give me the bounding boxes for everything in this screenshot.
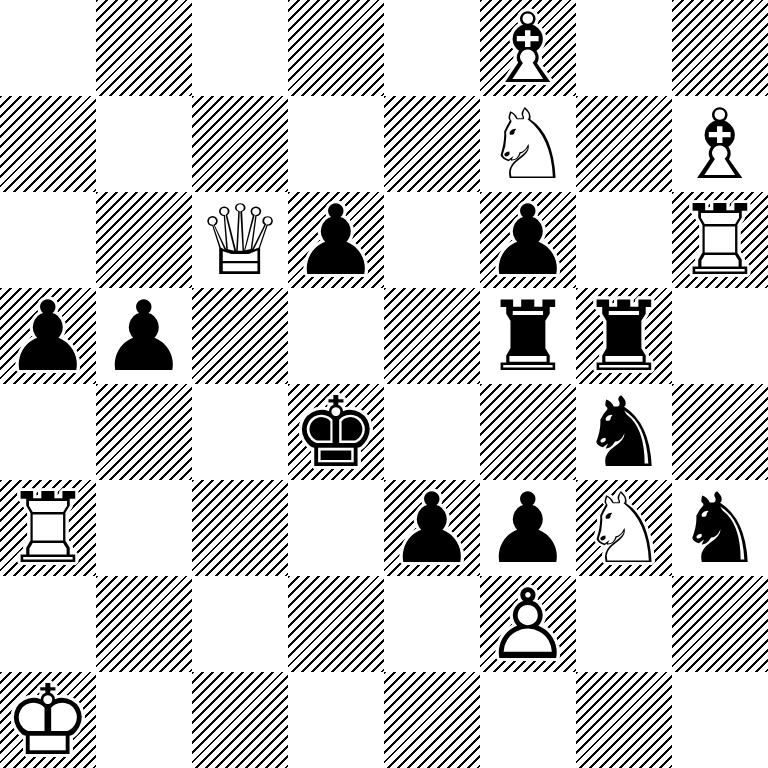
square-c8[interactable] [192,0,288,96]
square-a2[interactable] [0,576,96,672]
square-a7[interactable] [0,96,96,192]
square-b7[interactable] [96,96,192,192]
piece-black-pawn-a5[interactable]: ♟♟ [0,288,96,384]
black-pawn-icon: ♟ [288,192,384,288]
square-g6[interactable] [576,192,672,288]
square-h2[interactable] [672,576,768,672]
square-f8[interactable]: ♝♗ [480,0,576,96]
square-c6[interactable]: ♛♕ [192,192,288,288]
square-d1[interactable] [288,672,384,768]
square-f2[interactable]: ♟♙ [480,576,576,672]
square-d6[interactable]: ♟♟ [288,192,384,288]
square-e4[interactable] [384,384,480,480]
square-d7[interactable] [288,96,384,192]
black-pawn-icon: ♟ [480,192,576,288]
piece-white-bishop-f8[interactable]: ♝♗ [480,0,576,96]
square-e8[interactable] [384,0,480,96]
piece-black-pawn-f6[interactable]: ♟♟ [480,192,576,288]
black-knight-icon: ♞ [672,480,768,576]
square-g1[interactable] [576,672,672,768]
piece-black-knight-g4[interactable]: ♞♞ [576,384,672,480]
square-d4[interactable]: ♚♚ [288,384,384,480]
square-b8[interactable] [96,0,192,96]
square-f5[interactable]: ♜♜ [480,288,576,384]
square-e3[interactable]: ♟♟ [384,480,480,576]
square-g4[interactable]: ♞♞ [576,384,672,480]
piece-white-queen-c6[interactable]: ♛♕ [192,192,288,288]
white-bishop-icon: ♗ [480,0,576,96]
square-c3[interactable] [192,480,288,576]
square-a3[interactable]: ♜♖ [0,480,96,576]
white-queen-icon: ♕ [192,192,288,288]
piece-black-pawn-d6[interactable]: ♟♟ [288,192,384,288]
black-rook-icon: ♜ [480,288,576,384]
square-c4[interactable] [192,384,288,480]
square-e6[interactable] [384,192,480,288]
piece-white-rook-h6[interactable]: ♜♖ [672,192,768,288]
square-a1[interactable]: ♚♔ [0,672,96,768]
piece-black-pawn-e3[interactable]: ♟♟ [384,480,480,576]
square-h7[interactable]: ♝♗ [672,96,768,192]
square-d8[interactable] [288,0,384,96]
square-c2[interactable] [192,576,288,672]
piece-white-pawn-f2[interactable]: ♟♙ [480,576,576,672]
square-g5[interactable]: ♜♜ [576,288,672,384]
piece-black-pawn-b5[interactable]: ♟♟ [96,288,192,384]
piece-white-rook-a3[interactable]: ♜♖ [0,480,96,576]
black-pawn-icon: ♟ [96,288,192,384]
black-rook-icon: ♜ [576,288,672,384]
chess-board: ♝♗♞♘♝♗♛♕♟♟♟♟♜♖♟♟♟♟♜♜♜♜♚♚♞♞♜♖♟♟♟♟♞♘♞♞♟♙♚♔ [0,0,768,768]
square-d5[interactable] [288,288,384,384]
square-a5[interactable]: ♟♟ [0,288,96,384]
square-a6[interactable] [0,192,96,288]
piece-black-king-d4[interactable]: ♚♚ [288,384,384,480]
square-f4[interactable] [480,384,576,480]
piece-black-rook-f5[interactable]: ♜♜ [480,288,576,384]
white-knight-icon: ♘ [480,96,576,192]
white-pawn-icon: ♙ [480,576,576,672]
black-knight-icon: ♞ [576,384,672,480]
square-a8[interactable] [0,0,96,96]
square-f7[interactable]: ♞♘ [480,96,576,192]
square-f3[interactable]: ♟♟ [480,480,576,576]
white-bishop-icon: ♗ [672,96,768,192]
square-b1[interactable] [96,672,192,768]
square-h3[interactable]: ♞♞ [672,480,768,576]
square-b5[interactable]: ♟♟ [96,288,192,384]
white-knight-icon: ♘ [576,480,672,576]
white-king-icon: ♔ [0,672,96,768]
square-g8[interactable] [576,0,672,96]
piece-white-bishop-h7[interactable]: ♝♗ [672,96,768,192]
piece-black-knight-h3[interactable]: ♞♞ [672,480,768,576]
piece-black-pawn-f3[interactable]: ♟♟ [480,480,576,576]
square-b3[interactable] [96,480,192,576]
square-c1[interactable] [192,672,288,768]
black-king-icon: ♚ [288,384,384,480]
piece-white-knight-g3[interactable]: ♞♘ [576,480,672,576]
square-b6[interactable] [96,192,192,288]
square-g2[interactable] [576,576,672,672]
square-h5[interactable] [672,288,768,384]
piece-white-knight-f7[interactable]: ♞♘ [480,96,576,192]
square-c7[interactable] [192,96,288,192]
square-g7[interactable] [576,96,672,192]
square-h1[interactable] [672,672,768,768]
square-d3[interactable] [288,480,384,576]
square-e7[interactable] [384,96,480,192]
square-h4[interactable] [672,384,768,480]
square-f6[interactable]: ♟♟ [480,192,576,288]
square-e5[interactable] [384,288,480,384]
square-e1[interactable] [384,672,480,768]
square-b2[interactable] [96,576,192,672]
square-h6[interactable]: ♜♖ [672,192,768,288]
piece-black-rook-g5[interactable]: ♜♜ [576,288,672,384]
white-rook-icon: ♖ [672,192,768,288]
square-h8[interactable] [672,0,768,96]
square-e2[interactable] [384,576,480,672]
square-a4[interactable] [0,384,96,480]
square-d2[interactable] [288,576,384,672]
square-b4[interactable] [96,384,192,480]
piece-white-king-a1[interactable]: ♚♔ [0,672,96,768]
square-g3[interactable]: ♞♘ [576,480,672,576]
black-pawn-icon: ♟ [480,480,576,576]
square-f1[interactable] [480,672,576,768]
square-c5[interactable] [192,288,288,384]
black-pawn-icon: ♟ [0,288,96,384]
white-rook-icon: ♖ [0,480,96,576]
black-pawn-icon: ♟ [384,480,480,576]
